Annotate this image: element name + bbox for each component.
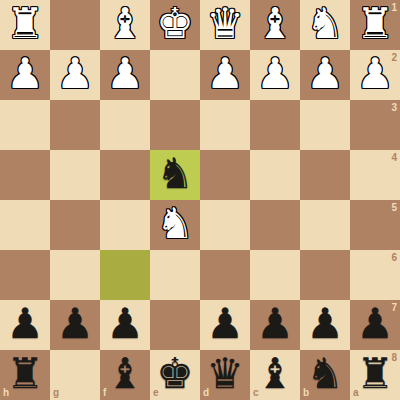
black-queen[interactable]: ♛ xyxy=(206,353,244,395)
rank-label-6: 6 xyxy=(391,253,397,263)
square-d1[interactable]: ♛ xyxy=(200,0,250,50)
black-rook[interactable]: ♜ xyxy=(356,353,394,395)
square-b7[interactable]: ♟ xyxy=(300,300,350,350)
black-knight[interactable]: ♞ xyxy=(306,353,344,395)
square-e2[interactable] xyxy=(150,50,200,100)
square-h6[interactable] xyxy=(0,250,50,300)
square-e6[interactable] xyxy=(150,250,200,300)
square-b2[interactable]: ♟ xyxy=(300,50,350,100)
white-king[interactable]: ♚ xyxy=(156,3,194,45)
square-d6[interactable] xyxy=(200,250,250,300)
square-h8[interactable]: h♜ xyxy=(0,350,50,400)
square-a3[interactable]: 3 xyxy=(350,100,400,150)
square-a7[interactable]: 7♟ xyxy=(350,300,400,350)
square-d2[interactable]: ♟ xyxy=(200,50,250,100)
white-rook[interactable]: ♜ xyxy=(6,3,44,45)
rank-label-4: 4 xyxy=(391,153,397,163)
square-a1[interactable]: 1♜ xyxy=(350,0,400,50)
square-c6[interactable] xyxy=(250,250,300,300)
white-knight[interactable]: ♞ xyxy=(156,203,194,245)
square-b3[interactable] xyxy=(300,100,350,150)
square-h1[interactable]: ♜ xyxy=(0,0,50,50)
square-a2[interactable]: 2♟ xyxy=(350,50,400,100)
white-pawn[interactable]: ♟ xyxy=(206,53,244,95)
square-d7[interactable]: ♟ xyxy=(200,300,250,350)
square-b1[interactable]: ♞ xyxy=(300,0,350,50)
square-c1[interactable]: ♝ xyxy=(250,0,300,50)
square-b4[interactable] xyxy=(300,150,350,200)
black-pawn[interactable]: ♟ xyxy=(206,303,244,345)
black-pawn[interactable]: ♟ xyxy=(6,303,44,345)
square-g6[interactable] xyxy=(50,250,100,300)
rank-label-5: 5 xyxy=(391,203,397,213)
square-c8[interactable]: c♝ xyxy=(250,350,300,400)
square-g4[interactable] xyxy=(50,150,100,200)
square-c2[interactable]: ♟ xyxy=(250,50,300,100)
square-f7[interactable]: ♟ xyxy=(100,300,150,350)
square-e3[interactable] xyxy=(150,100,200,150)
white-pawn[interactable]: ♟ xyxy=(56,53,94,95)
white-rook[interactable]: ♜ xyxy=(356,3,394,45)
black-bishop[interactable]: ♝ xyxy=(106,353,144,395)
square-e4[interactable]: ♞ xyxy=(150,150,200,200)
square-g7[interactable]: ♟ xyxy=(50,300,100,350)
square-a6[interactable]: 6 xyxy=(350,250,400,300)
square-d8[interactable]: d♛ xyxy=(200,350,250,400)
black-rook[interactable]: ♜ xyxy=(6,353,44,395)
square-h2[interactable]: ♟ xyxy=(0,50,50,100)
white-pawn[interactable]: ♟ xyxy=(306,53,344,95)
square-f8[interactable]: f♝ xyxy=(100,350,150,400)
black-pawn[interactable]: ♟ xyxy=(56,303,94,345)
black-knight[interactable]: ♞ xyxy=(156,153,194,195)
square-f5[interactable] xyxy=(100,200,150,250)
square-e8[interactable]: e♚ xyxy=(150,350,200,400)
black-pawn[interactable]: ♟ xyxy=(356,303,394,345)
square-g2[interactable]: ♟ xyxy=(50,50,100,100)
square-f6[interactable] xyxy=(100,250,150,300)
square-f1[interactable]: ♝ xyxy=(100,0,150,50)
square-f4[interactable] xyxy=(100,150,150,200)
black-pawn[interactable]: ♟ xyxy=(106,303,144,345)
square-b8[interactable]: b♞ xyxy=(300,350,350,400)
file-label-g: g xyxy=(53,388,59,398)
black-king[interactable]: ♚ xyxy=(156,353,194,395)
chess-board[interactable]: ♜♝♚♛♝♞1♜♟♟♟♟♟♟2♟3♞4♞56♟♟♟♟♟♟7♟h♜gf♝e♚d♛c… xyxy=(0,0,400,400)
square-b5[interactable] xyxy=(300,200,350,250)
white-queen[interactable]: ♛ xyxy=(206,3,244,45)
square-e5[interactable]: ♞ xyxy=(150,200,200,250)
square-h4[interactable] xyxy=(0,150,50,200)
square-g1[interactable] xyxy=(50,0,100,50)
square-e1[interactable]: ♚ xyxy=(150,0,200,50)
square-a8[interactable]: 8a♜ xyxy=(350,350,400,400)
square-d3[interactable] xyxy=(200,100,250,150)
square-f2[interactable]: ♟ xyxy=(100,50,150,100)
white-pawn[interactable]: ♟ xyxy=(256,53,294,95)
square-g8[interactable]: g xyxy=(50,350,100,400)
square-f3[interactable] xyxy=(100,100,150,150)
square-c5[interactable] xyxy=(250,200,300,250)
square-c3[interactable] xyxy=(250,100,300,150)
square-d5[interactable] xyxy=(200,200,250,250)
square-a4[interactable]: 4 xyxy=(350,150,400,200)
square-e7[interactable] xyxy=(150,300,200,350)
white-pawn[interactable]: ♟ xyxy=(356,53,394,95)
black-bishop[interactable]: ♝ xyxy=(256,353,294,395)
white-pawn[interactable]: ♟ xyxy=(6,53,44,95)
black-pawn[interactable]: ♟ xyxy=(256,303,294,345)
white-bishop[interactable]: ♝ xyxy=(106,3,144,45)
square-g3[interactable] xyxy=(50,100,100,150)
square-b6[interactable] xyxy=(300,250,350,300)
square-c7[interactable]: ♟ xyxy=(250,300,300,350)
square-d4[interactable] xyxy=(200,150,250,200)
white-bishop[interactable]: ♝ xyxy=(256,3,294,45)
square-h7[interactable]: ♟ xyxy=(0,300,50,350)
square-c4[interactable] xyxy=(250,150,300,200)
square-g5[interactable] xyxy=(50,200,100,250)
square-h5[interactable] xyxy=(0,200,50,250)
white-knight[interactable]: ♞ xyxy=(306,3,344,45)
black-pawn[interactable]: ♟ xyxy=(306,303,344,345)
white-pawn[interactable]: ♟ xyxy=(106,53,144,95)
rank-label-3: 3 xyxy=(391,103,397,113)
square-a5[interactable]: 5 xyxy=(350,200,400,250)
square-h3[interactable] xyxy=(0,100,50,150)
